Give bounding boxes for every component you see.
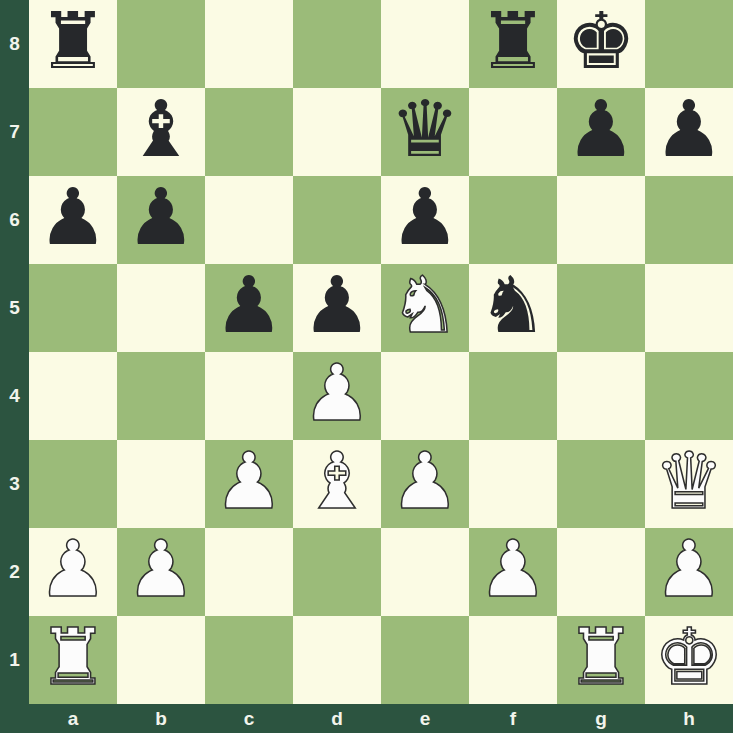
square-h1[interactable]: ♚ xyxy=(645,616,733,704)
square-d2[interactable] xyxy=(293,528,381,616)
square-b8[interactable] xyxy=(117,0,205,88)
square-g4[interactable] xyxy=(557,352,645,440)
square-e3[interactable]: ♟ xyxy=(381,440,469,528)
piece-white-rook-a1[interactable]: ♜ xyxy=(38,613,108,701)
square-g8[interactable]: ♚ xyxy=(557,0,645,88)
frame-corner xyxy=(0,704,29,733)
square-b1[interactable] xyxy=(117,616,205,704)
piece-black-rook-a8[interactable]: ♜ xyxy=(38,0,108,85)
rank-label-6: 6 xyxy=(0,176,29,264)
piece-white-pawn-f2[interactable]: ♟ xyxy=(478,525,548,613)
rank-label-8: 8 xyxy=(0,0,29,88)
file-label-g: g xyxy=(557,704,645,733)
square-a7[interactable] xyxy=(29,88,117,176)
file-labels: abcdefgh xyxy=(29,704,733,733)
square-a2[interactable]: ♟ xyxy=(29,528,117,616)
square-d6[interactable] xyxy=(293,176,381,264)
square-c2[interactable] xyxy=(205,528,293,616)
rank-label-5: 5 xyxy=(0,264,29,352)
piece-white-pawn-d4[interactable]: ♟ xyxy=(302,349,372,437)
square-g7[interactable]: ♟ xyxy=(557,88,645,176)
piece-black-queen-e7[interactable]: ♛ xyxy=(390,85,460,173)
square-f3[interactable] xyxy=(469,440,557,528)
square-h5[interactable] xyxy=(645,264,733,352)
chess-board[interactable]: ♜♜♚♝♛♟♟♟♟♟♟♟♞♞♟♟♝♟♛♟♟♟♟♜♜♚ xyxy=(29,0,733,704)
square-e6[interactable]: ♟ xyxy=(381,176,469,264)
chess-board-frame: 87654321 ♜♜♚♝♛♟♟♟♟♟♟♟♞♞♟♟♝♟♛♟♟♟♟♜♜♚ abcd… xyxy=(0,0,733,733)
square-h7[interactable]: ♟ xyxy=(645,88,733,176)
file-label-b: b xyxy=(117,704,205,733)
file-label-c: c xyxy=(205,704,293,733)
square-d5[interactable]: ♟ xyxy=(293,264,381,352)
square-f5[interactable]: ♞ xyxy=(469,264,557,352)
square-c3[interactable]: ♟ xyxy=(205,440,293,528)
square-b4[interactable] xyxy=(117,352,205,440)
piece-white-king-h1[interactable]: ♚ xyxy=(654,613,724,701)
square-h2[interactable]: ♟ xyxy=(645,528,733,616)
rank-label-2: 2 xyxy=(0,528,29,616)
square-d3[interactable]: ♝ xyxy=(293,440,381,528)
piece-black-pawn-h7[interactable]: ♟ xyxy=(654,85,724,173)
piece-white-bishop-d3[interactable]: ♝ xyxy=(302,437,372,525)
square-g6[interactable] xyxy=(557,176,645,264)
piece-black-pawn-g7[interactable]: ♟ xyxy=(566,85,636,173)
file-label-a: a xyxy=(29,704,117,733)
rank-label-3: 3 xyxy=(0,440,29,528)
square-f4[interactable] xyxy=(469,352,557,440)
rank-label-7: 7 xyxy=(0,88,29,176)
square-e5[interactable]: ♞ xyxy=(381,264,469,352)
square-c1[interactable] xyxy=(205,616,293,704)
piece-white-pawn-b2[interactable]: ♟ xyxy=(126,525,196,613)
square-f1[interactable] xyxy=(469,616,557,704)
square-e8[interactable] xyxy=(381,0,469,88)
square-h4[interactable] xyxy=(645,352,733,440)
square-d7[interactable] xyxy=(293,88,381,176)
piece-black-pawn-c5[interactable]: ♟ xyxy=(214,261,284,349)
rank-labels: 87654321 xyxy=(0,0,29,704)
square-g3[interactable] xyxy=(557,440,645,528)
piece-black-king-g8[interactable]: ♚ xyxy=(566,0,636,85)
piece-black-knight-f5[interactable]: ♞ xyxy=(478,261,548,349)
piece-black-pawn-e6[interactable]: ♟ xyxy=(390,173,460,261)
square-h6[interactable] xyxy=(645,176,733,264)
square-g2[interactable] xyxy=(557,528,645,616)
square-f2[interactable]: ♟ xyxy=(469,528,557,616)
square-d1[interactable] xyxy=(293,616,381,704)
piece-black-rook-f8[interactable]: ♜ xyxy=(478,0,548,85)
file-label-f: f xyxy=(469,704,557,733)
square-b7[interactable]: ♝ xyxy=(117,88,205,176)
square-c5[interactable]: ♟ xyxy=(205,264,293,352)
square-a3[interactable] xyxy=(29,440,117,528)
square-g5[interactable] xyxy=(557,264,645,352)
square-c8[interactable] xyxy=(205,0,293,88)
square-a1[interactable]: ♜ xyxy=(29,616,117,704)
piece-black-pawn-b6[interactable]: ♟ xyxy=(126,173,196,261)
piece-black-pawn-a6[interactable]: ♟ xyxy=(38,173,108,261)
piece-black-bishop-b7[interactable]: ♝ xyxy=(126,85,196,173)
square-c6[interactable] xyxy=(205,176,293,264)
square-b2[interactable]: ♟ xyxy=(117,528,205,616)
square-a4[interactable] xyxy=(29,352,117,440)
square-e7[interactable]: ♛ xyxy=(381,88,469,176)
square-a5[interactable] xyxy=(29,264,117,352)
square-b3[interactable] xyxy=(117,440,205,528)
square-e4[interactable] xyxy=(381,352,469,440)
piece-white-queen-h3[interactable]: ♛ xyxy=(654,437,724,525)
square-h8[interactable] xyxy=(645,0,733,88)
square-e1[interactable] xyxy=(381,616,469,704)
piece-white-pawn-c3[interactable]: ♟ xyxy=(214,437,284,525)
piece-white-pawn-h2[interactable]: ♟ xyxy=(654,525,724,613)
square-g1[interactable]: ♜ xyxy=(557,616,645,704)
square-e2[interactable] xyxy=(381,528,469,616)
square-a8[interactable]: ♜ xyxy=(29,0,117,88)
file-label-d: d xyxy=(293,704,381,733)
square-a6[interactable]: ♟ xyxy=(29,176,117,264)
square-c4[interactable] xyxy=(205,352,293,440)
square-c7[interactable] xyxy=(205,88,293,176)
piece-white-knight-e5[interactable]: ♞ xyxy=(390,261,460,349)
piece-white-rook-g1[interactable]: ♜ xyxy=(566,613,636,701)
piece-black-pawn-d5[interactable]: ♟ xyxy=(302,261,372,349)
square-d4[interactable]: ♟ xyxy=(293,352,381,440)
square-d8[interactable] xyxy=(293,0,381,88)
piece-white-pawn-a2[interactable]: ♟ xyxy=(38,525,108,613)
file-label-h: h xyxy=(645,704,733,733)
square-b5[interactable] xyxy=(117,264,205,352)
file-label-e: e xyxy=(381,704,469,733)
square-f6[interactable] xyxy=(469,176,557,264)
piece-white-pawn-e3[interactable]: ♟ xyxy=(390,437,460,525)
rank-label-4: 4 xyxy=(0,352,29,440)
square-f8[interactable]: ♜ xyxy=(469,0,557,88)
rank-label-1: 1 xyxy=(0,616,29,704)
square-f7[interactable] xyxy=(469,88,557,176)
square-b6[interactable]: ♟ xyxy=(117,176,205,264)
square-h3[interactable]: ♛ xyxy=(645,440,733,528)
